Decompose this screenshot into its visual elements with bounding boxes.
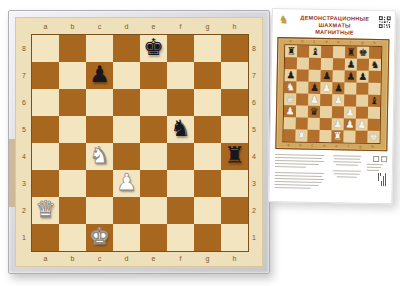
square-b2 bbox=[296, 118, 308, 130]
file-label: h bbox=[221, 19, 248, 33]
square-h5 bbox=[221, 116, 248, 143]
white-pawn: ♟ bbox=[310, 95, 319, 105]
demo-chess-board: abcdefgh abcdefgh 87654321 87654321 ♚♟♞♞… bbox=[8, 10, 270, 274]
square-b5 bbox=[296, 82, 308, 94]
square-g1 bbox=[355, 131, 367, 143]
black-rook: ♜ bbox=[347, 48, 356, 58]
square-f2 bbox=[167, 197, 194, 224]
square-f4 bbox=[344, 95, 356, 107]
black-pawn: ♟ bbox=[346, 60, 355, 70]
mini-board: abcdefgh abcdefgh ♜♝♜♚♟♞♟♟♟♟♞♟♟♟♛♟♟♝♟♛♟♟… bbox=[275, 38, 389, 152]
square-g5 bbox=[194, 116, 221, 143]
square-b6 bbox=[59, 89, 86, 116]
square-f7 bbox=[167, 62, 194, 89]
mini-file-label: h bbox=[366, 144, 378, 149]
file-label: d bbox=[113, 19, 140, 33]
file-label: h bbox=[221, 251, 248, 265]
square-b3 bbox=[296, 106, 308, 118]
square-b1 bbox=[59, 224, 86, 251]
file-label: b bbox=[59, 19, 86, 33]
square-c2 bbox=[308, 118, 320, 130]
black-pawn: ♟ bbox=[346, 72, 355, 82]
square-d6: ♟ bbox=[321, 70, 333, 82]
rank-labels-right: 87654321 bbox=[247, 35, 261, 251]
mini-file-label: h bbox=[368, 40, 380, 45]
white-queen: ♛ bbox=[286, 95, 295, 105]
rank-label: 4 bbox=[17, 143, 31, 170]
square-c5: ♟ bbox=[308, 82, 320, 94]
white-king: ♚ bbox=[369, 132, 378, 142]
mini-file-label: c bbox=[308, 39, 320, 44]
square-d6 bbox=[113, 89, 140, 116]
white-pawn: ♟ bbox=[357, 120, 366, 130]
square-h3 bbox=[221, 170, 248, 197]
rank-label: 1 bbox=[17, 224, 31, 251]
square-g1 bbox=[194, 224, 221, 251]
square-h6 bbox=[369, 71, 381, 83]
package-card: ♞ Демонстрационные шахматы магнитные bbox=[268, 8, 396, 204]
black-pawn: ♟ bbox=[286, 71, 295, 81]
square-d2 bbox=[320, 118, 332, 130]
square-f1 bbox=[343, 131, 355, 143]
white-pawn: ♟ bbox=[334, 96, 343, 106]
black-knight: ♞ bbox=[170, 117, 191, 140]
square-g8 bbox=[194, 35, 221, 62]
mini-file-label: c bbox=[306, 143, 318, 148]
mini-file-label: a bbox=[282, 143, 294, 148]
certification-marks-icon bbox=[367, 156, 387, 162]
square-e7 bbox=[140, 62, 167, 89]
square-h6 bbox=[221, 89, 248, 116]
square-h2 bbox=[368, 119, 380, 131]
square-d4 bbox=[320, 94, 332, 106]
square-a2: ♛ bbox=[32, 197, 59, 224]
rank-label: 5 bbox=[17, 116, 31, 143]
square-f1 bbox=[167, 224, 194, 251]
square-a8: ♜ bbox=[285, 46, 297, 58]
square-a4: ♛ bbox=[284, 94, 296, 106]
black-rook: ♜ bbox=[287, 47, 296, 57]
square-b3 bbox=[59, 170, 86, 197]
square-b7 bbox=[297, 58, 309, 70]
square-d4 bbox=[113, 143, 140, 170]
square-d1 bbox=[319, 130, 331, 142]
square-c6 bbox=[86, 89, 113, 116]
square-a1 bbox=[283, 130, 295, 142]
rank-label: 5 bbox=[247, 116, 261, 143]
file-label: d bbox=[113, 251, 140, 265]
square-c8 bbox=[86, 35, 113, 62]
mini-file-label: e bbox=[330, 144, 342, 149]
square-c6 bbox=[309, 70, 321, 82]
file-label: e bbox=[140, 251, 167, 265]
black-king: ♚ bbox=[143, 36, 164, 59]
square-f5: ♞ bbox=[167, 116, 194, 143]
square-b7 bbox=[59, 62, 86, 89]
square-a6 bbox=[32, 89, 59, 116]
white-pawn: ♟ bbox=[322, 83, 331, 93]
file-label: b bbox=[59, 251, 86, 265]
white-king: ♚ bbox=[89, 225, 110, 248]
mini-file-label: g bbox=[354, 144, 366, 149]
white-pawn: ♟ bbox=[345, 108, 354, 118]
square-f2: ♟ bbox=[344, 119, 356, 131]
square-g6 bbox=[194, 89, 221, 116]
rank-label: 1 bbox=[247, 224, 261, 251]
white-rook: ♜ bbox=[297, 131, 306, 141]
square-e1 bbox=[140, 224, 167, 251]
square-e6 bbox=[333, 71, 345, 83]
square-e3 bbox=[332, 107, 344, 119]
file-label: f bbox=[167, 19, 194, 33]
square-e2 bbox=[140, 197, 167, 224]
package-header: ♞ Демонстрационные шахматы магнитные bbox=[272, 9, 395, 39]
square-b1: ♜ bbox=[295, 130, 307, 142]
square-f8 bbox=[167, 35, 194, 62]
square-d7 bbox=[113, 62, 140, 89]
square-d5: ♟ bbox=[320, 82, 332, 94]
square-c1 bbox=[307, 130, 319, 142]
square-h8 bbox=[221, 35, 248, 62]
square-b8 bbox=[297, 46, 309, 58]
square-c4: ♞ bbox=[86, 143, 113, 170]
square-a3: ♟ bbox=[284, 106, 296, 118]
square-e6 bbox=[140, 89, 167, 116]
square-d2 bbox=[113, 197, 140, 224]
rank-label: 6 bbox=[17, 89, 31, 116]
square-h7 bbox=[221, 62, 248, 89]
board-panel: abcdefgh abcdefgh 87654321 87654321 ♚♟♞♞… bbox=[15, 17, 263, 267]
white-knight: ♞ bbox=[286, 83, 295, 93]
package-title: Демонстрационные шахматы магнитные bbox=[290, 14, 378, 37]
square-e2: ♟ bbox=[332, 119, 344, 131]
square-e5 bbox=[140, 116, 167, 143]
fine-print-center-column bbox=[330, 156, 363, 193]
square-h5 bbox=[368, 83, 380, 95]
file-label: f bbox=[167, 251, 194, 265]
mini-file-label: d bbox=[320, 39, 332, 44]
square-g5 bbox=[356, 83, 368, 95]
square-b4 bbox=[59, 143, 86, 170]
package-title-line3: магнитные bbox=[290, 29, 378, 38]
square-h1 bbox=[221, 224, 248, 251]
square-c4: ♟ bbox=[308, 94, 320, 106]
square-h1: ♚ bbox=[367, 131, 379, 143]
mini-file-label: a bbox=[284, 39, 296, 44]
square-b4 bbox=[296, 94, 308, 106]
square-e8 bbox=[333, 47, 345, 59]
square-c7: ♟ bbox=[86, 62, 113, 89]
square-h4: ♜ bbox=[221, 143, 248, 170]
rank-label: 4 bbox=[247, 143, 261, 170]
square-e4 bbox=[140, 143, 167, 170]
square-a4 bbox=[32, 143, 59, 170]
mini-file-label: f bbox=[344, 40, 356, 45]
white-pawn: ♟ bbox=[333, 120, 342, 130]
file-label: c bbox=[86, 251, 113, 265]
square-b2 bbox=[59, 197, 86, 224]
file-label: g bbox=[194, 251, 221, 265]
square-g3 bbox=[356, 107, 368, 119]
file-label: a bbox=[32, 19, 59, 33]
square-e1: ♜ bbox=[331, 131, 343, 143]
product-photo-scene: abcdefgh abcdefgh 87654321 87654321 ♚♟♞♞… bbox=[0, 0, 400, 286]
qr-code-icon bbox=[379, 14, 391, 26]
white-rook: ♜ bbox=[333, 132, 342, 142]
square-c1: ♚ bbox=[86, 224, 113, 251]
square-f4 bbox=[167, 143, 194, 170]
rank-label: 8 bbox=[17, 35, 31, 62]
mini-file-label: g bbox=[356, 40, 368, 45]
package-fine-print bbox=[269, 149, 392, 192]
black-pawn: ♟ bbox=[310, 83, 319, 93]
square-f5 bbox=[344, 83, 356, 95]
fine-print-left-column bbox=[274, 155, 327, 192]
black-bishop: ♝ bbox=[370, 96, 379, 106]
square-d1 bbox=[113, 224, 140, 251]
rank-label: 2 bbox=[247, 197, 261, 224]
square-c5 bbox=[86, 116, 113, 143]
rank-label: 8 bbox=[247, 35, 261, 62]
square-g2 bbox=[194, 197, 221, 224]
square-a2 bbox=[284, 118, 296, 130]
square-g7 bbox=[357, 59, 369, 71]
brand-logo-icon: ♞ bbox=[277, 12, 291, 30]
square-a5 bbox=[32, 116, 59, 143]
square-a7 bbox=[32, 62, 59, 89]
mini-file-label: b bbox=[294, 143, 306, 148]
square-g4 bbox=[356, 95, 368, 107]
square-h4: ♝ bbox=[368, 95, 380, 107]
square-h3 bbox=[368, 107, 380, 119]
white-pawn: ♟ bbox=[285, 107, 294, 117]
board-squares: ♚♟♞♞♜♟♛♚ bbox=[31, 34, 249, 252]
black-bishop: ♝ bbox=[311, 47, 320, 57]
rank-labels-left: 87654321 bbox=[17, 35, 31, 251]
black-rook: ♜ bbox=[224, 144, 245, 167]
square-g6: ♟ bbox=[357, 71, 369, 83]
square-f6 bbox=[167, 89, 194, 116]
square-a1 bbox=[32, 224, 59, 251]
square-a8 bbox=[32, 35, 59, 62]
black-king: ♚ bbox=[359, 48, 368, 58]
square-e8: ♚ bbox=[140, 35, 167, 62]
rank-label: 7 bbox=[17, 62, 31, 89]
square-c8: ♝ bbox=[309, 46, 321, 58]
square-e5: ♟ bbox=[332, 83, 344, 95]
square-g7 bbox=[194, 62, 221, 89]
white-queen: ♛ bbox=[35, 198, 56, 221]
white-knight: ♞ bbox=[89, 144, 110, 167]
rank-label: 6 bbox=[247, 89, 261, 116]
black-pawn: ♟ bbox=[89, 63, 110, 86]
file-labels-bottom: abcdefgh bbox=[32, 251, 248, 265]
black-pawn: ♟ bbox=[358, 72, 367, 82]
mini-file-label: b bbox=[296, 39, 308, 44]
square-b6 bbox=[297, 70, 309, 82]
rank-label: 3 bbox=[17, 170, 31, 197]
square-f3: ♟ bbox=[344, 107, 356, 119]
square-h7: ♞ bbox=[369, 59, 381, 71]
square-d3 bbox=[320, 106, 332, 118]
black-pawn: ♟ bbox=[322, 71, 331, 81]
square-d7 bbox=[321, 58, 333, 70]
square-d5 bbox=[113, 116, 140, 143]
square-b8 bbox=[59, 35, 86, 62]
square-d3: ♟ bbox=[113, 170, 140, 197]
black-pawn: ♟ bbox=[334, 84, 343, 94]
square-e4: ♟ bbox=[332, 95, 344, 107]
black-queen: ♛ bbox=[309, 107, 318, 117]
square-f3 bbox=[167, 170, 194, 197]
rank-label: 3 bbox=[247, 170, 261, 197]
square-d8 bbox=[113, 35, 140, 62]
barcode-icon bbox=[378, 173, 387, 186]
file-label: g bbox=[194, 19, 221, 33]
square-a3 bbox=[32, 170, 59, 197]
white-pawn: ♟ bbox=[345, 120, 354, 130]
mini-file-label: e bbox=[332, 40, 344, 45]
rank-label: 7 bbox=[247, 62, 261, 89]
mini-file-label: d bbox=[318, 143, 330, 148]
square-g8: ♚ bbox=[357, 47, 369, 59]
square-c3: ♛ bbox=[308, 106, 320, 118]
mini-board-squares: ♜♝♜♚♟♞♟♟♟♟♞♟♟♟♛♟♟♝♟♛♟♟♟♟♜♜♚ bbox=[282, 45, 382, 145]
fine-print-right-column bbox=[366, 156, 387, 192]
square-d8 bbox=[321, 46, 333, 58]
square-f8: ♜ bbox=[345, 47, 357, 59]
rank-label: 2 bbox=[17, 197, 31, 224]
square-a5: ♞ bbox=[284, 82, 296, 94]
square-h2 bbox=[221, 197, 248, 224]
square-f7: ♟ bbox=[345, 59, 357, 71]
file-labels-top: abcdefgh bbox=[32, 19, 248, 33]
square-e3 bbox=[140, 170, 167, 197]
square-c2 bbox=[86, 197, 113, 224]
square-f6: ♟ bbox=[345, 71, 357, 83]
square-c3 bbox=[86, 170, 113, 197]
file-label: c bbox=[86, 19, 113, 33]
square-c7 bbox=[309, 58, 321, 70]
square-a6: ♟ bbox=[285, 70, 297, 82]
black-knight: ♞ bbox=[370, 60, 379, 70]
square-a7 bbox=[285, 58, 297, 70]
square-g4 bbox=[194, 143, 221, 170]
square-b5 bbox=[59, 116, 86, 143]
square-g3 bbox=[194, 170, 221, 197]
white-pawn: ♟ bbox=[116, 171, 137, 194]
square-g2: ♟ bbox=[356, 119, 368, 131]
square-e7 bbox=[333, 59, 345, 71]
square-h8 bbox=[369, 47, 381, 59]
file-label: a bbox=[32, 251, 59, 265]
file-label: e bbox=[140, 19, 167, 33]
mini-file-label: f bbox=[342, 144, 354, 149]
